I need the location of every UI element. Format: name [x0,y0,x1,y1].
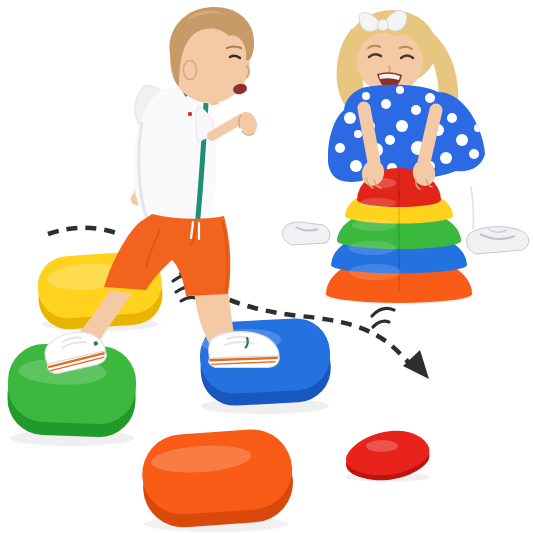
dress-dot [362,92,370,100]
highlight [352,219,396,231]
highlight [360,198,396,208]
dress-dot [385,135,395,145]
dress-dot [411,105,421,115]
dress-dot [469,149,479,159]
highlight [366,440,398,452]
dress-dot [396,120,408,132]
girl-left-sandal [283,222,330,245]
vest-logo [188,112,192,116]
dress-dot [354,130,362,138]
girl-right-sandal [467,227,529,254]
dress-dot [381,99,391,109]
dress-dot [440,152,452,164]
dress-dot [350,160,362,172]
boy-ear [184,61,197,80]
bow-knot [378,20,389,31]
scene [0,0,533,533]
highlight [348,241,396,255]
girl-left-sock [300,181,316,223]
highlight [349,264,401,280]
dress-dot [344,112,356,124]
orange-stone-top [140,427,295,517]
dress-dot [425,93,435,103]
girl-right-sock [461,177,491,232]
dress-dot [456,134,468,146]
dress-dot [447,113,457,123]
dress-dot [396,86,404,94]
product-photo [0,0,533,533]
dress-dot [335,143,345,153]
orange-stone [140,427,296,530]
nose [389,66,390,71]
